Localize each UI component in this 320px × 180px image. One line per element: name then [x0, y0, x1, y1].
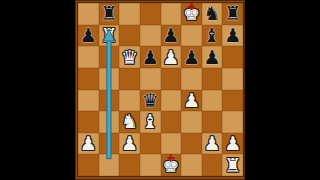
black-pawn[interactable]: ♟ — [183, 47, 200, 68]
square-d1[interactable] — [140, 154, 161, 176]
square-c1[interactable] — [119, 154, 140, 176]
white-pawn[interactable]: ♟ — [204, 133, 221, 154]
square-d6[interactable]: ♟ — [140, 46, 161, 68]
square-f1[interactable] — [181, 154, 202, 176]
black-pawn[interactable]: ♟ — [142, 47, 159, 68]
square-g7[interactable]: ♝ — [202, 25, 223, 47]
square-a1[interactable] — [78, 154, 99, 176]
white-rook[interactable]: ♜ — [224, 155, 241, 176]
square-d3[interactable]: ♝ — [140, 111, 161, 133]
square-h5[interactable] — [222, 68, 243, 90]
square-e4[interactable] — [161, 90, 182, 112]
square-a7[interactable]: ♟ — [78, 25, 99, 47]
square-b5[interactable] — [99, 68, 120, 90]
square-a8[interactable] — [78, 3, 99, 25]
square-g4[interactable] — [202, 90, 223, 112]
square-h7[interactable]: ♟ — [222, 25, 243, 47]
square-f4[interactable]: ♟ — [181, 90, 202, 112]
white-knight[interactable]: ♞ — [121, 111, 138, 132]
square-a2[interactable]: ♟ — [78, 133, 99, 155]
square-g5[interactable] — [202, 68, 223, 90]
chess-board[interactable]: ♜♚♞♜♟♜♟♝♟♛♟♟♟♟♛♟♞♝♟♟♟♟♚♜ — [78, 3, 243, 176]
black-pawn[interactable]: ♟ — [224, 25, 241, 46]
square-a6[interactable] — [78, 46, 99, 68]
square-f8[interactable]: ♚ — [181, 3, 202, 25]
black-queen[interactable]: ♛ — [142, 90, 159, 111]
square-c6[interactable]: ♛ — [119, 46, 140, 68]
square-b8[interactable]: ♜ — [99, 3, 120, 25]
black-knight[interactable]: ♞ — [204, 3, 221, 24]
black-bishop[interactable]: ♝ — [204, 25, 221, 46]
square-c3[interactable]: ♞ — [119, 111, 140, 133]
white-pawn[interactable]: ♟ — [121, 133, 138, 154]
white-bishop[interactable]: ♝ — [142, 111, 159, 132]
square-h1[interactable]: ♜ — [222, 154, 243, 176]
square-f3[interactable] — [181, 111, 202, 133]
white-king[interactable]: ♚ — [162, 155, 179, 176]
square-a3[interactable] — [78, 111, 99, 133]
square-e6[interactable]: ♟ — [161, 46, 182, 68]
square-h2[interactable]: ♟ — [222, 133, 243, 155]
square-d7[interactable] — [140, 25, 161, 47]
square-f6[interactable]: ♟ — [181, 46, 202, 68]
square-e7[interactable]: ♟ — [161, 25, 182, 47]
square-h8[interactable]: ♜ — [222, 3, 243, 25]
square-c5[interactable] — [119, 68, 140, 90]
square-e2[interactable] — [161, 133, 182, 155]
square-d8[interactable] — [140, 3, 161, 25]
white-king[interactable]: ♚ — [183, 3, 200, 24]
square-b4[interactable] — [99, 90, 120, 112]
square-d5[interactable] — [140, 68, 161, 90]
white-queen[interactable]: ♛ — [121, 47, 138, 68]
square-f7[interactable] — [181, 25, 202, 47]
square-e1[interactable]: ♚ — [161, 154, 182, 176]
square-g8[interactable]: ♞ — [202, 3, 223, 25]
screenshot-root: { "game": "chess", "orientation": "white… — [0, 0, 320, 180]
letterbox-right — [245, 0, 320, 180]
square-e8[interactable] — [161, 3, 182, 25]
square-h6[interactable] — [222, 46, 243, 68]
square-h4[interactable] — [222, 90, 243, 112]
square-c8[interactable] — [119, 3, 140, 25]
black-rook[interactable]: ♜ — [224, 3, 241, 24]
board-frame: ♜♚♞♜♟♜♟♝♟♛♟♟♟♟♛♟♞♝♟♟♟♟♚♜ — [75, 0, 245, 180]
stage: ♜♚♞♜♟♜♟♝♟♛♟♟♟♟♛♟♞♝♟♟♟♟♚♜ — [0, 0, 320, 180]
square-g2[interactable]: ♟ — [202, 133, 223, 155]
square-g3[interactable] — [202, 111, 223, 133]
square-g6[interactable]: ♟ — [202, 46, 223, 68]
black-pawn[interactable]: ♟ — [80, 25, 97, 46]
square-d4[interactable]: ♛ — [140, 90, 161, 112]
square-b2[interactable] — [99, 133, 120, 155]
white-rook[interactable]: ♜ — [100, 25, 117, 46]
white-pawn[interactable]: ♟ — [224, 133, 241, 154]
black-rook[interactable]: ♜ — [100, 3, 117, 24]
white-pawn[interactable]: ♟ — [80, 133, 97, 154]
square-b6[interactable] — [99, 46, 120, 68]
black-pawn[interactable]: ♟ — [204, 47, 221, 68]
square-c2[interactable]: ♟ — [119, 133, 140, 155]
square-b1[interactable] — [99, 154, 120, 176]
square-c7[interactable] — [119, 25, 140, 47]
square-e5[interactable] — [161, 68, 182, 90]
square-h3[interactable] — [222, 111, 243, 133]
square-b7[interactable]: ♜ — [99, 25, 120, 47]
square-f5[interactable] — [181, 68, 202, 90]
square-f2[interactable] — [181, 133, 202, 155]
square-g1[interactable] — [202, 154, 223, 176]
square-a4[interactable] — [78, 90, 99, 112]
white-pawn[interactable]: ♟ — [162, 47, 179, 68]
square-e3[interactable] — [161, 111, 182, 133]
square-c4[interactable] — [119, 90, 140, 112]
white-pawn[interactable]: ♟ — [183, 90, 200, 111]
square-b3[interactable] — [99, 111, 120, 133]
letterbox-left — [0, 0, 75, 180]
black-pawn[interactable]: ♟ — [162, 25, 179, 46]
square-d2[interactable] — [140, 133, 161, 155]
square-a5[interactable] — [78, 68, 99, 90]
